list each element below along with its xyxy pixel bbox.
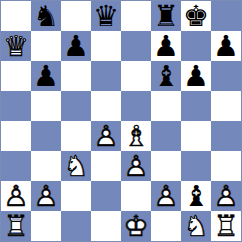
square-h8[interactable] <box>211 1 241 31</box>
square-d1[interactable] <box>91 211 121 241</box>
chess-board: ♞♛♜♚♛♕♟♟♟♟♝♟♟♙♝♗♞♘♟♙♟♙♟♙♟♙♝♟♙♜♖♚♔♞♘♜♖ <box>0 0 242 242</box>
square-g3[interactable] <box>181 151 211 181</box>
piece-white-knight[interactable]: ♞♘ <box>61 151 91 181</box>
square-c6[interactable] <box>61 61 91 91</box>
square-a4[interactable] <box>1 121 31 151</box>
white-piece-outline: ♘ <box>61 151 91 181</box>
square-c3[interactable]: ♞♘ <box>61 151 91 181</box>
square-b8[interactable]: ♞ <box>31 1 61 31</box>
white-piece-outline: ♙ <box>91 121 121 151</box>
square-h4[interactable] <box>211 121 241 151</box>
square-d3[interactable] <box>91 151 121 181</box>
square-f4[interactable] <box>151 121 181 151</box>
square-b2[interactable]: ♟♙ <box>31 181 61 211</box>
square-h6[interactable] <box>211 61 241 91</box>
square-c2[interactable] <box>61 181 91 211</box>
white-piece-outline: ♔ <box>121 211 151 241</box>
square-h2[interactable]: ♟♙ <box>211 181 241 211</box>
black-piece-glyph: ♚ <box>181 1 211 31</box>
white-piece-outline: ♙ <box>1 181 31 211</box>
square-d4[interactable]: ♟♙ <box>91 121 121 151</box>
square-c7[interactable]: ♟ <box>61 31 91 61</box>
black-piece-glyph: ♜ <box>151 1 181 31</box>
piece-white-bishop[interactable]: ♝♗ <box>121 121 151 151</box>
square-g6[interactable]: ♟ <box>181 61 211 91</box>
white-piece-outline: ♕ <box>1 31 31 61</box>
square-b1[interactable] <box>31 211 61 241</box>
square-h3[interactable] <box>211 151 241 181</box>
piece-black-king[interactable]: ♚ <box>181 1 211 31</box>
piece-white-pawn[interactable]: ♟♙ <box>211 181 241 211</box>
square-f5[interactable] <box>151 91 181 121</box>
piece-white-pawn[interactable]: ♟♙ <box>151 181 181 211</box>
square-g4[interactable] <box>181 121 211 151</box>
piece-white-rook[interactable]: ♜♖ <box>211 211 241 241</box>
black-piece-glyph: ♛ <box>91 1 121 31</box>
square-h5[interactable] <box>211 91 241 121</box>
white-piece-outline: ♙ <box>121 151 151 181</box>
square-f7[interactable]: ♟ <box>151 31 181 61</box>
piece-black-queen[interactable]: ♛ <box>91 1 121 31</box>
square-f8[interactable]: ♜ <box>151 1 181 31</box>
square-b7[interactable] <box>31 31 61 61</box>
square-h1[interactable]: ♜♖ <box>211 211 241 241</box>
piece-black-pawn[interactable]: ♟ <box>151 31 181 61</box>
piece-black-bishop[interactable]: ♝ <box>151 61 181 91</box>
square-d2[interactable] <box>91 181 121 211</box>
piece-white-pawn[interactable]: ♟♙ <box>91 121 121 151</box>
square-a7[interactable]: ♛♕ <box>1 31 31 61</box>
piece-black-pawn[interactable]: ♟ <box>61 31 91 61</box>
white-piece-outline: ♘ <box>181 211 211 241</box>
white-piece-outline: ♗ <box>121 121 151 151</box>
square-g8[interactable]: ♚ <box>181 1 211 31</box>
square-e2[interactable] <box>121 181 151 211</box>
square-b5[interactable] <box>31 91 61 121</box>
piece-white-knight[interactable]: ♞♘ <box>181 211 211 241</box>
square-c5[interactable] <box>61 91 91 121</box>
square-a1[interactable]: ♜♖ <box>1 211 31 241</box>
white-piece-outline: ♙ <box>211 181 241 211</box>
black-piece-glyph: ♟ <box>181 61 211 91</box>
piece-white-queen[interactable]: ♛♕ <box>1 31 31 61</box>
square-g5[interactable] <box>181 91 211 121</box>
black-piece-glyph: ♞ <box>31 1 61 31</box>
black-piece-glyph: ♟ <box>61 31 91 61</box>
square-e1[interactable]: ♚♔ <box>121 211 151 241</box>
square-f2[interactable]: ♟♙ <box>151 181 181 211</box>
piece-white-pawn[interactable]: ♟♙ <box>31 181 61 211</box>
square-e7[interactable] <box>121 31 151 61</box>
square-a6[interactable] <box>1 61 31 91</box>
piece-black-pawn[interactable]: ♟ <box>181 61 211 91</box>
square-c4[interactable] <box>61 121 91 151</box>
square-f6[interactable]: ♝ <box>151 61 181 91</box>
white-piece-outline: ♙ <box>151 181 181 211</box>
piece-black-pawn[interactable]: ♟ <box>211 31 241 61</box>
square-f3[interactable] <box>151 151 181 181</box>
black-piece-glyph: ♝ <box>151 61 181 91</box>
square-g2[interactable]: ♝ <box>181 181 211 211</box>
square-a2[interactable]: ♟♙ <box>1 181 31 211</box>
square-e5[interactable] <box>121 91 151 121</box>
square-f1[interactable] <box>151 211 181 241</box>
square-d5[interactable] <box>91 91 121 121</box>
square-b4[interactable] <box>31 121 61 151</box>
piece-white-pawn[interactable]: ♟♙ <box>121 151 151 181</box>
square-e3[interactable]: ♟♙ <box>121 151 151 181</box>
piece-black-rook[interactable]: ♜ <box>151 1 181 31</box>
square-e8[interactable] <box>121 1 151 31</box>
black-piece-glyph: ♟ <box>31 61 61 91</box>
piece-black-bishop[interactable]: ♝ <box>181 181 211 211</box>
white-piece-outline: ♖ <box>1 211 31 241</box>
square-c8[interactable] <box>61 1 91 31</box>
square-g7[interactable] <box>181 31 211 61</box>
piece-white-rook[interactable]: ♜♖ <box>1 211 31 241</box>
square-a8[interactable] <box>1 1 31 31</box>
square-g1[interactable]: ♞♘ <box>181 211 211 241</box>
piece-white-king[interactable]: ♚♔ <box>121 211 151 241</box>
black-piece-glyph: ♟ <box>151 31 181 61</box>
square-b6[interactable]: ♟ <box>31 61 61 91</box>
square-d7[interactable] <box>91 31 121 61</box>
square-a3[interactable] <box>1 151 31 181</box>
square-a5[interactable] <box>1 91 31 121</box>
square-d6[interactable] <box>91 61 121 91</box>
square-b3[interactable] <box>31 151 61 181</box>
piece-white-pawn[interactable]: ♟♙ <box>1 181 31 211</box>
piece-black-pawn[interactable]: ♟ <box>31 61 61 91</box>
square-d8[interactable]: ♛ <box>91 1 121 31</box>
piece-black-knight[interactable]: ♞ <box>31 1 61 31</box>
square-e6[interactable] <box>121 61 151 91</box>
black-piece-glyph: ♝ <box>181 181 211 211</box>
white-piece-outline: ♙ <box>31 181 61 211</box>
square-h7[interactable]: ♟ <box>211 31 241 61</box>
black-piece-glyph: ♟ <box>211 31 241 61</box>
square-e4[interactable]: ♝♗ <box>121 121 151 151</box>
white-piece-outline: ♖ <box>211 211 241 241</box>
square-c1[interactable] <box>61 211 91 241</box>
